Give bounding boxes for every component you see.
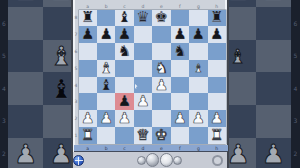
square-f6[interactable]: ♞	[171, 43, 189, 60]
rank-label-left-3: 3	[74, 99, 79, 104]
square-a4[interactable]	[79, 77, 97, 94]
square-b8[interactable]	[97, 10, 115, 27]
square-e7[interactable]	[152, 26, 170, 43]
square-b7[interactable]: ♟	[97, 26, 115, 43]
sphere-icon[interactable]	[146, 153, 160, 167]
bg-rank-strip-right: 65432	[291, 0, 300, 168]
square-b6[interactable]	[97, 43, 115, 60]
bg-square-a7: ♟	[8, 0, 43, 7]
file-label-top-f: f	[171, 4, 189, 9]
piece-black-rook-a8[interactable]: ♜	[81, 10, 94, 25]
square-b5[interactable]: ♝	[97, 60, 115, 77]
bg-piece-white-bishop-g5: ♝	[230, 47, 247, 66]
piece-white-pawn-c2[interactable]: ♟	[118, 111, 131, 126]
bg-rank-strip-left: 65432	[0, 0, 8, 168]
bg-rank-label-3: 3	[0, 118, 8, 124]
piece-black-knight-f6[interactable]: ♞	[173, 44, 186, 59]
square-e1[interactable]: ♚	[152, 127, 170, 144]
file-label-bottom-d: d	[134, 146, 152, 151]
square-e4[interactable]: ♟	[152, 77, 170, 94]
square-h4[interactable]	[208, 77, 226, 94]
rank-label-left-4: 4	[74, 83, 79, 88]
square-g1[interactable]	[189, 127, 207, 144]
square-f1[interactable]	[171, 127, 189, 144]
square-g5[interactable]: ♝	[189, 60, 207, 77]
square-h2[interactable]: ♟	[208, 110, 226, 127]
square-e3[interactable]	[152, 93, 170, 110]
piece-white-queen-d1[interactable]: ♛	[136, 128, 149, 143]
bg-square-h3	[256, 105, 291, 138]
square-f2[interactable]: ♟	[171, 110, 189, 127]
square-b3[interactable]	[97, 93, 115, 110]
square-c3[interactable]: ♟	[115, 93, 133, 110]
piece-black-pawn-a7[interactable]: ♟	[81, 27, 94, 42]
piece-black-queen-d8[interactable]: ♛	[136, 10, 149, 25]
file-label-bottom-b: b	[97, 146, 115, 151]
square-g6[interactable]	[189, 43, 207, 60]
bg-piece-black-pawn-g7: ♟	[226, 0, 249, 4]
square-d3[interactable]: ♟	[134, 93, 152, 110]
piece-black-knight-c6[interactable]: ♞	[118, 44, 131, 59]
square-c8[interactable]: ♝	[115, 10, 133, 27]
file-label-bottom-h: h	[208, 146, 226, 151]
square-c2[interactable]: ♟	[115, 110, 133, 127]
file-label-bottom-e: e	[152, 146, 170, 151]
bg-piece-black-bishop-b4: ♝	[49, 76, 72, 102]
bg-square-h5	[256, 40, 291, 73]
piece-black-pawn-f7[interactable]: ♟	[173, 27, 186, 42]
square-f7[interactable]: ♟	[171, 26, 189, 43]
square-d7[interactable]	[134, 26, 152, 43]
bg-piece-white-pawn-h2: ♟	[262, 141, 285, 167]
sphere-icon[interactable]	[137, 156, 146, 165]
piece-white-knight-e5[interactable]: ♞	[155, 61, 168, 76]
bg-square-h7: ♟	[256, 0, 291, 7]
square-d2[interactable]	[134, 110, 152, 127]
bg-rank-label-4: 4	[291, 86, 300, 92]
bg-square-a6	[8, 7, 43, 40]
file-label-bottom-g: g	[189, 146, 207, 151]
square-c6[interactable]: ♞	[115, 43, 133, 60]
bg-square-a5	[8, 40, 43, 73]
square-d5[interactable]	[134, 60, 152, 77]
rank-label-left-2: 2	[74, 116, 79, 121]
square-f4[interactable]	[171, 77, 189, 94]
bg-piece-white-pawn-g2: ♟	[226, 141, 249, 167]
bg-rank-label-2: 2	[291, 151, 300, 157]
bg-rank-label-5: 5	[291, 53, 300, 59]
rank-label-left-8: 8	[74, 15, 79, 20]
sphere-icon[interactable]	[160, 153, 174, 167]
piece-white-pawn-e4[interactable]: ♟	[155, 78, 168, 93]
rank-label-left-6: 6	[74, 49, 79, 54]
app-screen: ♜♝♛♚♜♟♟♟♟♟♟♞♞♝♞♝♝♟♟♟♟♟♟♟♟♟♜♛♚♜ 65432 654…	[0, 0, 300, 168]
bg-square-h6	[256, 7, 291, 40]
bg-rank-label-6: 6	[291, 21, 300, 27]
piece-white-pawn-h2[interactable]: ♟	[210, 111, 223, 126]
piece-black-pawn-h7[interactable]: ♟	[210, 27, 223, 42]
file-label-bottom-c: c	[115, 146, 133, 151]
file-label-top-a: a	[79, 4, 97, 9]
square-c5[interactable]	[115, 60, 133, 77]
square-h3[interactable]	[208, 93, 226, 110]
piece-black-pawn-g7[interactable]: ♟	[192, 27, 205, 42]
piece-white-rook-h1[interactable]: ♜	[210, 128, 223, 143]
bg-piece-white-pawn-a2: ♟	[14, 141, 37, 167]
square-d8[interactable]: ♛	[134, 10, 152, 27]
square-e5[interactable]: ♞	[152, 60, 170, 77]
file-label-bottom-a: a	[79, 146, 97, 151]
file-label-top-c: c	[115, 4, 133, 9]
piece-black-pawn-c7[interactable]: ♟	[118, 27, 131, 42]
square-a8[interactable]: ♜	[79, 10, 97, 27]
piece-white-rook-a1[interactable]: ♜	[81, 128, 94, 143]
piece-black-bishop-b4[interactable]: ♝	[99, 78, 112, 93]
square-a7[interactable]: ♟	[79, 26, 97, 43]
piece-white-king-e1[interactable]: ♚	[155, 128, 168, 143]
square-g3[interactable]	[189, 93, 207, 110]
bg-rank-label-6: 6	[0, 21, 8, 27]
piece-white-bishop-g5[interactable]: ♝	[193, 63, 203, 74]
square-f5[interactable]	[171, 60, 189, 77]
bg-rank-label-3: 3	[291, 118, 300, 124]
square-d4[interactable]	[134, 77, 152, 94]
piece-white-pawn-f2[interactable]: ♟	[173, 111, 186, 126]
file-labels-bottom: abcdefgh	[74, 145, 228, 152]
square-f8[interactable]	[171, 10, 189, 27]
piece-black-bishop-c8[interactable]: ♝	[118, 10, 131, 25]
rank-label-left-5: 5	[74, 66, 79, 71]
square-g7[interactable]: ♟	[189, 26, 207, 43]
square-c4[interactable]	[115, 77, 133, 94]
globe-line	[78, 157, 79, 165]
square-h1[interactable]: ♜	[208, 127, 226, 144]
square-b2[interactable]: ♟	[97, 110, 115, 127]
piece-black-rook-h8[interactable]: ♜	[210, 10, 223, 25]
file-label-top-e: e	[152, 4, 170, 9]
square-a6[interactable]	[79, 43, 97, 60]
square-a5[interactable]	[79, 60, 97, 77]
bg-square-h2: ♟	[256, 138, 291, 168]
square-h5[interactable]	[208, 60, 226, 77]
piece-black-pawn-b7[interactable]: ♟	[99, 27, 112, 42]
square-e6[interactable]	[152, 43, 170, 60]
square-c1[interactable]	[115, 127, 133, 144]
rank-label-left-1: 1	[74, 133, 79, 138]
piece-black-pawn-c3[interactable]: ♟	[118, 94, 131, 109]
square-h6[interactable]	[208, 43, 226, 60]
bg-piece-black-pawn-b7: ♟	[49, 0, 72, 4]
square-a3[interactable]	[79, 93, 97, 110]
piece-white-bishop-b5[interactable]: ♝	[99, 61, 112, 76]
square-b1[interactable]	[97, 127, 115, 144]
globe-icon[interactable]	[73, 155, 84, 166]
square-e2[interactable]	[152, 110, 170, 127]
square-a1[interactable]: ♜	[79, 127, 97, 144]
file-label-top-g: g	[189, 4, 207, 9]
square-f3[interactable]	[171, 93, 189, 110]
square-g4[interactable]	[189, 77, 207, 94]
square-d1[interactable]: ♛	[134, 127, 152, 144]
bg-square-a3	[8, 105, 43, 138]
square-h8[interactable]: ♜	[208, 10, 226, 27]
piece-white-pawn-a2[interactable]: ♟	[81, 111, 94, 126]
piece-white-pawn-b2[interactable]: ♟	[99, 111, 112, 126]
bg-piece-black-pawn-h7: ♟	[262, 0, 285, 4]
bg-piece-white-bishop-b5: ♝	[49, 43, 72, 69]
sphere-icon[interactable]	[173, 156, 182, 165]
square-c7[interactable]: ♟	[115, 26, 133, 43]
square-b4[interactable]: ♝	[97, 77, 115, 94]
bg-rank-label-4: 4	[0, 86, 8, 92]
square-h7[interactable]: ♟	[208, 26, 226, 43]
file-label-top-b: b	[97, 4, 115, 9]
square-g8[interactable]	[189, 10, 207, 27]
piece-white-pawn-d3[interactable]: ♟	[136, 94, 149, 109]
piece-white-pawn-g2[interactable]: ♟	[192, 111, 205, 126]
square-e8[interactable]: ♚	[152, 10, 170, 27]
rank-label-left-7: 7	[74, 32, 79, 37]
chessboard[interactable]: ♜♝♛♚♜♟♟♟♟♟♟♞♞♝♞♝♝♟♟♟♟♟♟♟♟♟♜♛♚♜	[79, 10, 227, 144]
bg-rank-label-2: 2	[0, 151, 8, 157]
ring-icon[interactable]	[212, 155, 223, 166]
bg-piece-black-pawn-a7: ♟	[14, 0, 37, 4]
bg-rank-label-5: 5	[0, 53, 8, 59]
piece-black-king-e8[interactable]: ♚	[155, 10, 168, 25]
bg-square-a4	[8, 72, 43, 105]
file-label-bottom-f: f	[171, 146, 189, 151]
square-d6[interactable]	[134, 43, 152, 60]
bg-piece-white-pawn-b2: ♟	[49, 141, 72, 167]
square-a2[interactable]: ♟	[79, 110, 97, 127]
file-label-top-d: d	[134, 4, 152, 9]
bg-square-h4	[256, 72, 291, 105]
square-g2[interactable]: ♟	[189, 110, 207, 127]
bg-square-a2: ♟	[8, 138, 43, 168]
file-label-top-h: h	[208, 4, 226, 9]
